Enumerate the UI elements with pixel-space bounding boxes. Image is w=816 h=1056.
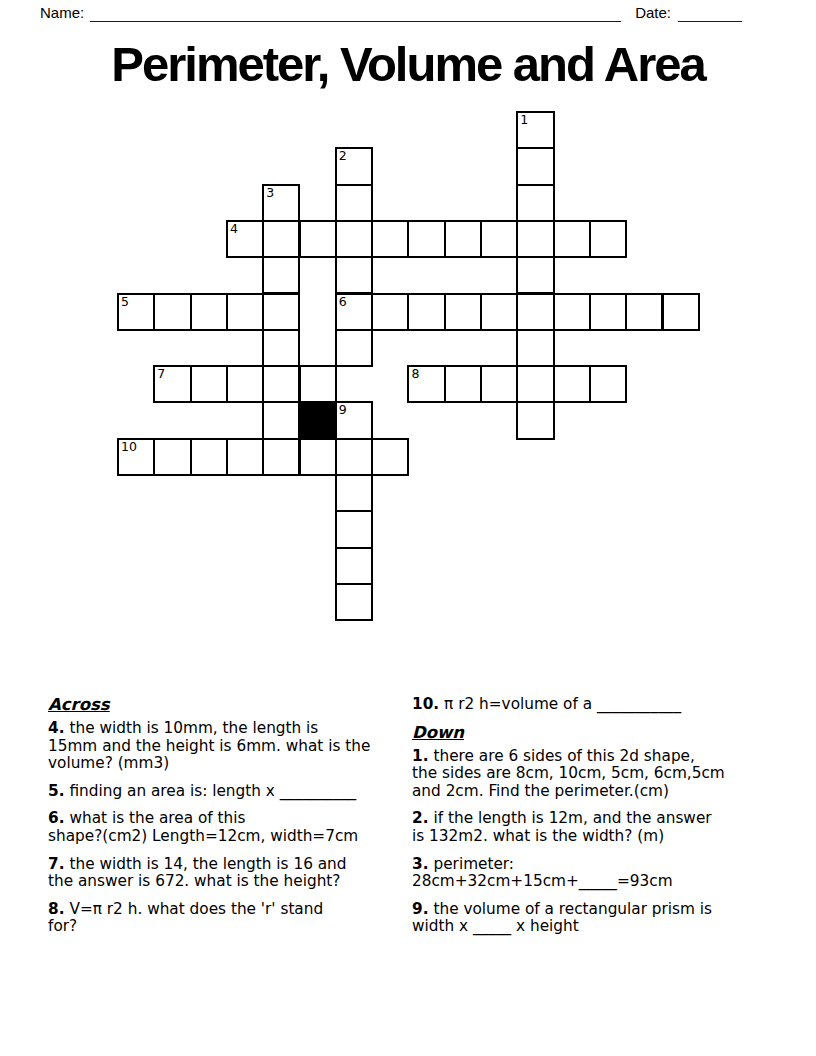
- clue-text: there are 6 sides of this 2d shape, the …: [412, 747, 725, 800]
- cell-r3c3[interactable]: 4: [226, 220, 264, 258]
- cell-r8c11[interactable]: [516, 401, 554, 439]
- cell-r5c0[interactable]: 5: [117, 293, 155, 331]
- cell-r5c2[interactable]: [190, 293, 228, 331]
- clue-down-9: 9.the volume of a rectangular prism is w…: [412, 901, 770, 936]
- clue-number-label: 2.: [412, 809, 428, 827]
- clue-text: the width is 14, the length is 16 and th…: [48, 855, 347, 891]
- cell-r13c6[interactable]: [335, 583, 373, 621]
- cell-r0c11[interactable]: 1: [516, 111, 554, 149]
- clue-number-3: 3: [266, 186, 274, 200]
- across-heading: Across: [48, 696, 406, 714]
- clue-across-7: 7.the width is 14, the length is 16 and …: [48, 856, 406, 891]
- cell-r3c13[interactable]: [589, 220, 627, 258]
- cell-r1c6[interactable]: 2: [335, 147, 373, 185]
- clue-number-4: 4: [230, 222, 238, 236]
- clue-across-8: 8.V=π r2 h. what does the 'r' stand for?: [48, 901, 406, 936]
- clue-text: the width is 10mm, the length is 15mm an…: [48, 719, 370, 772]
- clue-across-10: 10.π r2 h=volume of a ___________: [412, 696, 770, 714]
- cell-r5c1[interactable]: [153, 293, 191, 331]
- cell-r5c6[interactable]: 6: [335, 293, 373, 331]
- cell-r5c4[interactable]: [262, 293, 300, 331]
- cell-r7c1[interactable]: 7: [153, 365, 191, 403]
- cell-r7c2[interactable]: [190, 365, 228, 403]
- clue-text: finding an area is: length x __________: [69, 782, 356, 800]
- clue-number-label: 10.: [412, 695, 439, 713]
- cell-r4c6[interactable]: [335, 256, 373, 294]
- clue-number-2: 2: [339, 149, 347, 163]
- clue-number-label: 4.: [48, 719, 64, 737]
- cell-r10c6[interactable]: [335, 474, 373, 512]
- cell-r5c15[interactable]: [662, 293, 700, 331]
- header: Name: Date:: [40, 3, 742, 22]
- clue-number-label: 7.: [48, 855, 64, 873]
- cell-r8c4[interactable]: [262, 401, 300, 439]
- page-title: Perimeter, Volume and Area: [0, 36, 816, 92]
- crossword-grid: 12345678910: [117, 111, 700, 622]
- cell-r9c3[interactable]: [226, 438, 264, 476]
- cell-r5c7[interactable]: [371, 293, 409, 331]
- cell-r1c11[interactable]: [516, 147, 554, 185]
- clue-down-3: 3.perimeter: 28cm+32cm+15cm+_____=93cm: [412, 856, 770, 891]
- clues-column-left: Across 4.the width is 10mm, the length i…: [48, 696, 406, 946]
- cell-r2c11[interactable]: [516, 184, 554, 222]
- cell-r7c3[interactable]: [226, 365, 264, 403]
- cell-r5c12[interactable]: [553, 293, 591, 331]
- cell-r9c0[interactable]: 10: [117, 438, 155, 476]
- cell-r12c6[interactable]: [335, 547, 373, 585]
- clue-number-9: 9: [339, 403, 347, 417]
- cell-r5c8[interactable]: [407, 293, 445, 331]
- clue-number-6: 6: [339, 295, 347, 309]
- clue-text: the volume of a rectangular prism is wid…: [412, 900, 712, 936]
- cell-r7c4[interactable]: [262, 365, 300, 403]
- cell-r3c6[interactable]: [335, 220, 373, 258]
- name-label: Name:: [40, 3, 84, 22]
- worksheet-page: Name: Date: Perimeter, Volume and Area 1…: [0, 0, 816, 1056]
- cell-r3c4[interactable]: [262, 220, 300, 258]
- black-cell-r8c5: [299, 401, 337, 439]
- cell-r7c5[interactable]: [299, 365, 337, 403]
- cell-r3c12[interactable]: [553, 220, 591, 258]
- cell-r3c11[interactable]: [516, 220, 554, 258]
- cell-r4c11[interactable]: [516, 256, 554, 294]
- cell-r9c6[interactable]: [335, 438, 373, 476]
- clue-text: π r2 h=volume of a ___________: [444, 695, 681, 713]
- down-heading: Down: [412, 724, 770, 742]
- clues-column-right: 10.π r2 h=volume of a ___________ Down 1…: [412, 696, 770, 946]
- cell-r9c4[interactable]: [262, 438, 300, 476]
- clue-text: V=π r2 h. what does the 'r' stand for?: [48, 900, 323, 936]
- cell-r3c8[interactable]: [407, 220, 445, 258]
- clue-number-label: 3.: [412, 855, 428, 873]
- cell-r2c4[interactable]: 3: [262, 184, 300, 222]
- clue-text: perimeter: 28cm+32cm+15cm+_____=93cm: [412, 855, 673, 891]
- clue-number-label: 1.: [412, 747, 428, 765]
- cell-r3c5[interactable]: [299, 220, 337, 258]
- clue-number-8: 8: [411, 367, 419, 381]
- cell-r5c10[interactable]: [480, 293, 518, 331]
- cell-r7c10[interactable]: [480, 365, 518, 403]
- cell-r7c12[interactable]: [553, 365, 591, 403]
- clue-number-label: 9.: [412, 900, 428, 918]
- clue-number-label: 8.: [48, 900, 64, 918]
- clue-text: if the length is 12m, and the answer is …: [412, 809, 712, 845]
- date-label: Date:: [635, 3, 671, 22]
- clue-down-2: 2.if the length is 12m, and the answer i…: [412, 810, 770, 845]
- cell-r6c6[interactable]: [335, 329, 373, 367]
- date-blank-line: [678, 4, 742, 22]
- cell-r3c10[interactable]: [480, 220, 518, 258]
- cell-r3c7[interactable]: [371, 220, 409, 258]
- cell-r7c9[interactable]: [444, 365, 482, 403]
- clue-number-1: 1: [520, 113, 528, 127]
- cell-r5c11[interactable]: [516, 293, 554, 331]
- cell-r2c6[interactable]: [335, 184, 373, 222]
- cell-r9c2[interactable]: [190, 438, 228, 476]
- cell-r5c3[interactable]: [226, 293, 264, 331]
- cell-r4c4[interactable]: [262, 256, 300, 294]
- cell-r7c13[interactable]: [589, 365, 627, 403]
- clue-across-6: 6.what is the area of this shape?(cm2) L…: [48, 810, 406, 845]
- clue-across-4: 4.the width is 10mm, the length is 15mm …: [48, 720, 406, 773]
- clue-number-label: 6.: [48, 809, 64, 827]
- clue-down-1: 1.there are 6 sides of this 2d shape, th…: [412, 748, 770, 801]
- cell-r3c9[interactable]: [444, 220, 482, 258]
- cell-r8c6[interactable]: 9: [335, 401, 373, 439]
- cell-r6c4[interactable]: [262, 329, 300, 367]
- cell-r9c5[interactable]: [299, 438, 337, 476]
- cell-r7c8[interactable]: 8: [407, 365, 445, 403]
- cell-r6c11[interactable]: [516, 329, 554, 367]
- cell-r7c11[interactable]: [516, 365, 554, 403]
- cell-r11c6[interactable]: [335, 510, 373, 548]
- clue-number-10: 10: [121, 440, 137, 454]
- clue-text: what is the area of this shape?(cm2) Len…: [48, 809, 358, 845]
- cell-r5c9[interactable]: [444, 293, 482, 331]
- cell-r9c7[interactable]: [371, 438, 409, 476]
- cell-r9c1[interactable]: [153, 438, 191, 476]
- clue-number-7: 7: [157, 367, 165, 381]
- clue-across-5: 5.finding an area is: length x _________…: [48, 783, 406, 801]
- name-blank-line: [90, 4, 621, 22]
- cell-r5c13[interactable]: [589, 293, 627, 331]
- clue-number-label: 5.: [48, 782, 64, 800]
- cell-r5c14[interactable]: [625, 293, 663, 331]
- clue-number-5: 5: [121, 295, 129, 309]
